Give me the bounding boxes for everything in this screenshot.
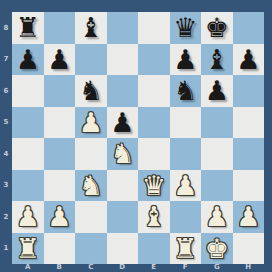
square-g3[interactable] [201, 170, 233, 202]
white-king-g1[interactable]: ♚ [201, 233, 233, 265]
black-pawn-g6[interactable]: ♟ [201, 75, 233, 107]
square-f8[interactable]: ♛ [170, 12, 202, 44]
square-g6[interactable]: ♟ [201, 75, 233, 107]
square-b2[interactable]: ♟ [44, 201, 76, 233]
square-a8[interactable]: ♜ [12, 12, 44, 44]
white-pawn-c5[interactable]: ♟ [75, 107, 107, 139]
black-pawn-b7[interactable]: ♟ [44, 44, 76, 76]
square-b5[interactable] [44, 107, 76, 139]
square-d1[interactable] [107, 233, 139, 265]
square-e6[interactable] [138, 75, 170, 107]
white-pawn-g2[interactable]: ♟ [201, 201, 233, 233]
square-h1[interactable] [233, 233, 265, 265]
square-g2[interactable]: ♟ [201, 201, 233, 233]
file-label-b: B [44, 261, 76, 272]
square-a5[interactable] [12, 107, 44, 139]
file-label-h: H [233, 261, 265, 272]
black-bishop-c8[interactable]: ♝ [75, 12, 107, 44]
black-bishop-g7[interactable]: ♝ [201, 44, 233, 76]
square-g1[interactable]: ♚ [201, 233, 233, 265]
rank-label-7: 7 [0, 44, 12, 76]
black-pawn-a7[interactable]: ♟ [12, 44, 44, 76]
rank-label-2: 2 [0, 201, 12, 233]
square-c8[interactable]: ♝ [75, 12, 107, 44]
file-label-g: G [201, 261, 233, 272]
square-g8[interactable]: ♚ [201, 12, 233, 44]
white-knight-d4[interactable]: ♞ [107, 138, 139, 170]
square-e1[interactable] [138, 233, 170, 265]
square-a2[interactable]: ♟ [12, 201, 44, 233]
square-f6[interactable]: ♞ [170, 75, 202, 107]
square-d5[interactable]: ♟ [107, 107, 139, 139]
rank-label-6: 6 [0, 75, 12, 107]
square-e5[interactable] [138, 107, 170, 139]
black-queen-f8[interactable]: ♛ [170, 12, 202, 44]
file-label-f: F [170, 261, 202, 272]
square-g5[interactable] [201, 107, 233, 139]
square-f7[interactable]: ♟ [170, 44, 202, 76]
square-e4[interactable] [138, 138, 170, 170]
white-queen-e3[interactable]: ♛ [138, 170, 170, 202]
square-e7[interactable] [138, 44, 170, 76]
square-b6[interactable] [44, 75, 76, 107]
chess-board: ♜♝♛♚♟♟♟♝♟♞♞♟♟♟♞♞♛♟♟♟♝♟♟♜♜♚ [12, 12, 264, 264]
chess-board-screenshot: ♜♝♛♚♟♟♟♝♟♞♞♟♟♟♞♞♛♟♟♟♝♟♟♜♜♚ 87654321 ABCD… [0, 0, 272, 272]
square-h8[interactable] [233, 12, 265, 44]
file-label-a: A [12, 261, 44, 272]
black-king-g8[interactable]: ♚ [201, 12, 233, 44]
square-e3[interactable]: ♛ [138, 170, 170, 202]
square-h5[interactable] [233, 107, 265, 139]
square-a6[interactable] [12, 75, 44, 107]
white-pawn-a2[interactable]: ♟ [12, 201, 44, 233]
white-pawn-b2[interactable]: ♟ [44, 201, 76, 233]
square-c4[interactable] [75, 138, 107, 170]
square-h4[interactable] [233, 138, 265, 170]
black-rook-a8[interactable]: ♜ [12, 12, 44, 44]
square-f5[interactable] [170, 107, 202, 139]
square-c3[interactable]: ♞ [75, 170, 107, 202]
square-b8[interactable] [44, 12, 76, 44]
black-pawn-d5[interactable]: ♟ [107, 107, 139, 139]
square-d4[interactable]: ♞ [107, 138, 139, 170]
square-a7[interactable]: ♟ [12, 44, 44, 76]
square-h2[interactable]: ♟ [233, 201, 265, 233]
square-f1[interactable]: ♜ [170, 233, 202, 265]
square-c6[interactable]: ♞ [75, 75, 107, 107]
square-d6[interactable] [107, 75, 139, 107]
square-a1[interactable]: ♜ [12, 233, 44, 265]
square-c1[interactable] [75, 233, 107, 265]
square-b7[interactable]: ♟ [44, 44, 76, 76]
square-f3[interactable]: ♟ [170, 170, 202, 202]
black-pawn-h7[interactable]: ♟ [233, 44, 265, 76]
square-c7[interactable] [75, 44, 107, 76]
square-b1[interactable] [44, 233, 76, 265]
rank-label-5: 5 [0, 107, 12, 139]
square-d8[interactable] [107, 12, 139, 44]
square-d3[interactable] [107, 170, 139, 202]
file-label-e: E [138, 261, 170, 272]
white-pawn-f3[interactable]: ♟ [170, 170, 202, 202]
square-c5[interactable]: ♟ [75, 107, 107, 139]
file-label-d: D [107, 261, 139, 272]
square-a4[interactable] [12, 138, 44, 170]
square-d2[interactable] [107, 201, 139, 233]
square-e2[interactable]: ♝ [138, 201, 170, 233]
square-f2[interactable] [170, 201, 202, 233]
black-knight-f6[interactable]: ♞ [170, 75, 202, 107]
square-g4[interactable] [201, 138, 233, 170]
rank-label-1: 1 [0, 233, 12, 265]
square-f4[interactable] [170, 138, 202, 170]
square-c2[interactable] [75, 201, 107, 233]
white-rook-f1[interactable]: ♜ [170, 233, 202, 265]
white-knight-c3[interactable]: ♞ [75, 170, 107, 202]
rank-label-4: 4 [0, 138, 12, 170]
square-b3[interactable] [44, 170, 76, 202]
square-d7[interactable] [107, 44, 139, 76]
rank-label-3: 3 [0, 170, 12, 202]
square-a3[interactable] [12, 170, 44, 202]
black-pawn-f7[interactable]: ♟ [170, 44, 202, 76]
square-h7[interactable]: ♟ [233, 44, 265, 76]
rank-label-8: 8 [0, 12, 12, 44]
white-pawn-h2[interactable]: ♟ [233, 201, 265, 233]
black-knight-c6[interactable]: ♞ [75, 75, 107, 107]
file-label-c: C [75, 261, 107, 272]
square-h3[interactable] [233, 170, 265, 202]
white-rook-a1[interactable]: ♜ [12, 233, 44, 265]
white-bishop-e2[interactable]: ♝ [138, 201, 170, 233]
square-h6[interactable] [233, 75, 265, 107]
square-b4[interactable] [44, 138, 76, 170]
square-e8[interactable] [138, 12, 170, 44]
square-g7[interactable]: ♝ [201, 44, 233, 76]
